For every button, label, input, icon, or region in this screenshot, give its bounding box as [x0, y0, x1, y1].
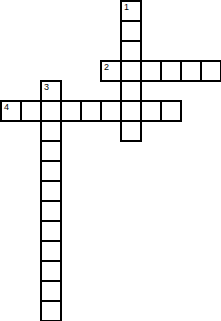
cell-r5-c1[interactable]: [21, 101, 41, 121]
cell-r14-c2[interactable]: [41, 281, 61, 301]
cell-r7-c2[interactable]: [41, 141, 61, 161]
cell-r8-c2[interactable]: [41, 161, 61, 181]
cell-r2-c6[interactable]: [121, 41, 141, 61]
cell-r3-c6[interactable]: [121, 61, 141, 81]
cell-r5-c5[interactable]: [101, 101, 121, 121]
cell-r5-c3[interactable]: [61, 101, 81, 121]
cell-r3-c10[interactable]: [201, 61, 221, 81]
cell-r6-c6[interactable]: [121, 121, 141, 141]
cell-r3-c8[interactable]: [161, 61, 181, 81]
cell-r3-c7[interactable]: [141, 61, 161, 81]
cell-r15-c2[interactable]: [41, 301, 61, 321]
cell-r10-c2[interactable]: [41, 201, 61, 221]
cell-r9-c2[interactable]: [41, 181, 61, 201]
cell-r4-c6[interactable]: [121, 81, 141, 101]
cell-r11-c2[interactable]: [41, 221, 61, 241]
cell-r3-c5[interactable]: 2: [101, 61, 121, 81]
cell-r5-c8[interactable]: [161, 101, 181, 121]
cell-r13-c2[interactable]: [41, 261, 61, 281]
cell-r12-c2[interactable]: [41, 241, 61, 261]
cell-r5-c7[interactable]: [141, 101, 161, 121]
clue-number-4: 4: [4, 102, 9, 112]
cell-r5-c6[interactable]: [121, 101, 141, 121]
crossword-puzzle: 1234: [0, 0, 221, 321]
cell-r0-c6[interactable]: 1: [121, 1, 141, 21]
cell-r6-c2[interactable]: [41, 121, 61, 141]
cell-r3-c9[interactable]: [181, 61, 201, 81]
cell-r1-c6[interactable]: [121, 21, 141, 41]
cell-r5-c0[interactable]: 4: [1, 101, 21, 121]
clue-number-3: 3: [44, 82, 49, 92]
cell-r5-c4[interactable]: [81, 101, 101, 121]
clue-number-2: 2: [104, 62, 109, 72]
clue-number-1: 1: [124, 2, 129, 12]
cell-r5-c2[interactable]: [41, 101, 61, 121]
crossword-grid: 1234: [1, 1, 221, 321]
cell-r4-c2[interactable]: 3: [41, 81, 61, 101]
